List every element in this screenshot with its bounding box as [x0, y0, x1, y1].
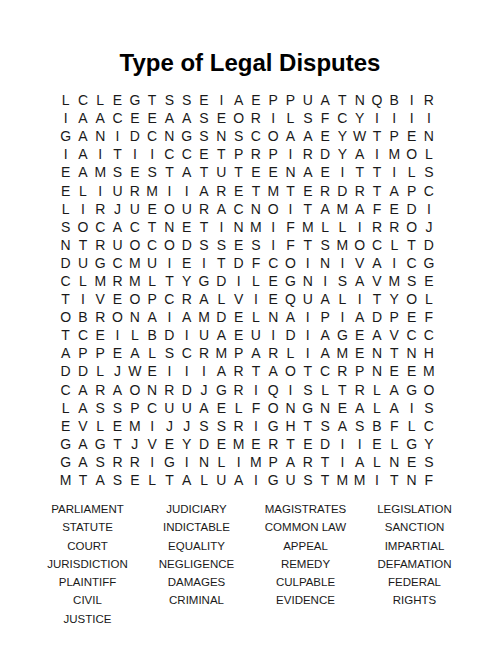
- grid-cell: L: [74, 272, 91, 290]
- grid-cell: A: [143, 308, 160, 326]
- grid-cell: T: [368, 127, 385, 145]
- grid-cell: L: [247, 308, 264, 326]
- grid-cell: D: [126, 127, 143, 145]
- grid-cell: A: [351, 453, 368, 471]
- grid-cell: E: [195, 91, 212, 109]
- grid-cell: T: [247, 181, 264, 199]
- grid-cell: I: [161, 308, 178, 326]
- grid-cell: U: [161, 399, 178, 417]
- grid-cell: U: [178, 200, 195, 218]
- grid-cell: O: [403, 145, 420, 163]
- grid-cell: N: [351, 91, 368, 109]
- word-item: IMPARTIAL: [360, 537, 469, 555]
- grid-cell: Q: [265, 381, 282, 399]
- grid-cell: U: [213, 163, 230, 181]
- grid-cell: A: [316, 200, 333, 218]
- grid-cell: I: [299, 326, 316, 344]
- grid-cell: T: [57, 326, 74, 344]
- grid-cell: A: [195, 399, 212, 417]
- grid-cell: L: [92, 91, 109, 109]
- grid-cell: E: [403, 308, 420, 326]
- grid-cell: G: [403, 381, 420, 399]
- grid-cell: O: [351, 236, 368, 254]
- grid-cell: A: [282, 127, 299, 145]
- grid-cell: D: [420, 236, 437, 254]
- grid-cell: E: [316, 127, 333, 145]
- grid-cell: I: [195, 254, 212, 272]
- grid-cell: A: [126, 344, 143, 362]
- grid-cell: U: [109, 181, 126, 199]
- grid-cell: G: [57, 127, 74, 145]
- grid-cell: L: [230, 399, 247, 417]
- word-item: PLAINTIFF: [33, 573, 142, 591]
- grid-cell: Y: [178, 272, 195, 290]
- grid-cell: E: [420, 272, 437, 290]
- grid-cell: A: [74, 453, 91, 471]
- grid-cell: U: [178, 399, 195, 417]
- grid-cell: C: [109, 109, 126, 127]
- grid-cell: E: [57, 417, 74, 435]
- grid-cell: Y: [420, 435, 437, 453]
- grid-cell: A: [282, 453, 299, 471]
- grid-cell: R: [178, 290, 195, 308]
- grid-cell: S: [213, 236, 230, 254]
- grid-cell: Y: [386, 290, 403, 308]
- grid-cell: Y: [351, 109, 368, 127]
- grid-cell: C: [161, 145, 178, 163]
- grid-cell: Y: [334, 127, 351, 145]
- grid-cell: R: [351, 381, 368, 399]
- grid-cell: G: [299, 399, 316, 417]
- grid-cell: T: [109, 435, 126, 453]
- grid-cell: M: [299, 218, 316, 236]
- grid-cell: E: [386, 362, 403, 380]
- grid-cell: L: [368, 399, 385, 417]
- grid-cell: I: [92, 145, 109, 163]
- grid-cell: C: [265, 254, 282, 272]
- word-item: REMEDY: [251, 555, 360, 573]
- grid-cell: B: [368, 417, 385, 435]
- grid-cell: I: [299, 344, 316, 362]
- grid-cell: E: [247, 91, 264, 109]
- grid-cell: V: [386, 326, 403, 344]
- grid-cell: P: [386, 127, 403, 145]
- grid-cell: E: [213, 435, 230, 453]
- grid-cell: R: [213, 181, 230, 199]
- grid-cell: I: [143, 417, 160, 435]
- grid-cell: N: [230, 218, 247, 236]
- grid-cell: A: [109, 381, 126, 399]
- grid-cell: M: [195, 308, 212, 326]
- grid-cell: L: [92, 362, 109, 380]
- grid-cell: R: [109, 453, 126, 471]
- puzzle-grid: LCLEGTSSEIAEPPUATNQBIRIAACEEAASEORILSFCY…: [57, 91, 438, 489]
- grid-cell: L: [403, 163, 420, 181]
- grid-cell: C: [334, 109, 351, 127]
- grid-cell: I: [109, 326, 126, 344]
- grid-cell: M: [351, 471, 368, 489]
- grid-cell: S: [109, 163, 126, 181]
- grid-cell: N: [282, 399, 299, 417]
- grid-cell: E: [247, 435, 264, 453]
- grid-cell: L: [334, 218, 351, 236]
- grid-cell: M: [92, 272, 109, 290]
- grid-cell: O: [265, 127, 282, 145]
- grid-cell: E: [334, 399, 351, 417]
- grid-cell: T: [195, 218, 212, 236]
- grid-cell: N: [161, 218, 178, 236]
- grid-cell: S: [161, 344, 178, 362]
- grid-cell: C: [403, 326, 420, 344]
- grid-cell: R: [109, 272, 126, 290]
- word-item: CIVIL: [33, 591, 142, 609]
- word-item: DEFAMATION: [360, 555, 469, 573]
- grid-cell: N: [57, 236, 74, 254]
- grid-cell: T: [334, 91, 351, 109]
- grid-cell: L: [247, 272, 264, 290]
- grid-cell: P: [403, 181, 420, 199]
- word-item: NEGLIGENCE: [142, 555, 251, 573]
- grid-cell: I: [403, 91, 420, 109]
- grid-cell: S: [247, 236, 264, 254]
- grid-cell: M: [230, 435, 247, 453]
- grid-cell: D: [230, 254, 247, 272]
- grid-cell: C: [161, 290, 178, 308]
- grid-cell: C: [368, 236, 385, 254]
- grid-cell: I: [126, 145, 143, 163]
- grid-cell: I: [386, 109, 403, 127]
- grid-cell: O: [420, 381, 437, 399]
- word-item: COURT: [33, 537, 142, 555]
- grid-cell: M: [334, 471, 351, 489]
- word-item: JUSTICE: [33, 610, 142, 628]
- grid-cell: R: [265, 344, 282, 362]
- grid-cell: T: [74, 236, 91, 254]
- grid-cell: R: [230, 417, 247, 435]
- grid-cell: S: [109, 471, 126, 489]
- grid-cell: N: [161, 127, 178, 145]
- grid-cell: G: [92, 435, 109, 453]
- grid-cell: A: [334, 417, 351, 435]
- grid-cell: M: [386, 272, 403, 290]
- grid-cell: S: [92, 399, 109, 417]
- grid-cell: Q: [282, 290, 299, 308]
- grid-cell: F: [282, 236, 299, 254]
- grid-cell: P: [316, 308, 333, 326]
- grid-cell: A: [299, 127, 316, 145]
- grid-cell: P: [282, 91, 299, 109]
- word-item: CULPABLE: [251, 573, 360, 591]
- word-item: DAMAGES: [142, 573, 251, 591]
- grid-cell: N: [403, 471, 420, 489]
- grid-cell: Q: [368, 91, 385, 109]
- grid-cell: T: [195, 163, 212, 181]
- grid-cell: E: [143, 200, 160, 218]
- grid-cell: I: [386, 163, 403, 181]
- word-item: APPEAL: [251, 537, 360, 555]
- grid-cell: A: [74, 381, 91, 399]
- grid-cell: E: [386, 200, 403, 218]
- grid-cell: O: [126, 290, 143, 308]
- grid-cell: E: [230, 181, 247, 199]
- grid-cell: E: [126, 471, 143, 489]
- grid-cell: O: [126, 381, 143, 399]
- grid-cell: S: [92, 453, 109, 471]
- grid-cell: D: [195, 435, 212, 453]
- grid-cell: P: [74, 344, 91, 362]
- word-item: RIGHTS: [360, 591, 469, 609]
- grid-cell: I: [161, 254, 178, 272]
- grid-cell: L: [74, 181, 91, 199]
- grid-cell: I: [334, 254, 351, 272]
- grid-cell: O: [403, 218, 420, 236]
- grid-cell: C: [230, 200, 247, 218]
- grid-cell: A: [368, 254, 385, 272]
- grid-cell: S: [230, 127, 247, 145]
- grid-cell: C: [74, 91, 91, 109]
- grid-cell: I: [420, 200, 437, 218]
- grid-cell: J: [109, 362, 126, 380]
- grid-cell: M: [143, 181, 160, 199]
- grid-cell: U: [299, 91, 316, 109]
- grid-cell: I: [247, 417, 264, 435]
- grid-cell: C: [57, 272, 74, 290]
- grid-cell: I: [368, 471, 385, 489]
- grid-cell: E: [403, 453, 420, 471]
- grid-cell: R: [334, 362, 351, 380]
- grid-cell: A: [265, 362, 282, 380]
- grid-cell: C: [57, 381, 74, 399]
- grid-cell: A: [74, 435, 91, 453]
- grid-cell: A: [316, 344, 333, 362]
- grid-cell: O: [161, 200, 178, 218]
- grid-cell: A: [316, 326, 333, 344]
- grid-cell: C: [143, 399, 160, 417]
- grid-cell: I: [230, 272, 247, 290]
- grid-cell: S: [109, 399, 126, 417]
- grid-cell: T: [247, 362, 264, 380]
- grid-cell: G: [57, 453, 74, 471]
- word-item: JUDICIARY: [142, 500, 251, 518]
- grid-cell: P: [265, 145, 282, 163]
- grid-cell: A: [178, 308, 195, 326]
- grid-cell: A: [230, 91, 247, 109]
- grid-cell: T: [161, 163, 178, 181]
- grid-cell: E: [143, 362, 160, 380]
- grid-cell: F: [420, 471, 437, 489]
- grid-cell: Y: [178, 435, 195, 453]
- grid-cell: A: [247, 344, 264, 362]
- grid-cell: A: [351, 308, 368, 326]
- grid-cell: L: [92, 417, 109, 435]
- grid-cell: L: [316, 381, 333, 399]
- grid-cell: F: [247, 254, 264, 272]
- grid-cell: R: [420, 91, 437, 109]
- grid-cell: B: [74, 308, 91, 326]
- grid-cell: E: [230, 308, 247, 326]
- grid-cell: S: [195, 127, 212, 145]
- grid-cell: E: [299, 181, 316, 199]
- grid-cell: T: [386, 344, 403, 362]
- grid-cell: G: [57, 435, 74, 453]
- grid-cell: D: [178, 236, 195, 254]
- grid-cell: L: [282, 109, 299, 127]
- grid-cell: U: [247, 326, 264, 344]
- grid-cell: G: [265, 417, 282, 435]
- grid-cell: S: [178, 91, 195, 109]
- grid-cell: I: [57, 109, 74, 127]
- grid-cell: J: [161, 417, 178, 435]
- grid-cell: T: [299, 200, 316, 218]
- grid-cell: A: [178, 471, 195, 489]
- grid-cell: I: [386, 254, 403, 272]
- grid-cell: D: [316, 145, 333, 163]
- grid-cell: I: [92, 181, 109, 199]
- grid-cell: N: [316, 399, 333, 417]
- grid-cell: E: [109, 91, 126, 109]
- grid-cell: M: [92, 163, 109, 181]
- grid-cell: O: [109, 308, 126, 326]
- grid-cell: E: [265, 163, 282, 181]
- grid-cell: T: [351, 163, 368, 181]
- grid-cell: R: [195, 344, 212, 362]
- grid-cell: I: [334, 308, 351, 326]
- grid-cell: E: [351, 326, 368, 344]
- grid-cell: S: [420, 453, 437, 471]
- grid-cell: E: [265, 290, 282, 308]
- grid-cell: G: [178, 127, 195, 145]
- grid-cell: R: [126, 181, 143, 199]
- grid-cell: I: [265, 109, 282, 127]
- grid-cell: R: [230, 362, 247, 380]
- grid-cell: I: [247, 381, 264, 399]
- grid-cell: P: [386, 308, 403, 326]
- grid-cell: A: [316, 290, 333, 308]
- grid-cell: I: [403, 399, 420, 417]
- grid-cell: A: [368, 326, 385, 344]
- grid-cell: T: [299, 236, 316, 254]
- grid-cell: E: [351, 344, 368, 362]
- grid-cell: E: [299, 435, 316, 453]
- grid-cell: O: [265, 200, 282, 218]
- grid-cell: I: [351, 435, 368, 453]
- grid-cell: E: [126, 109, 143, 127]
- grid-cell: A: [351, 145, 368, 163]
- grid-cell: C: [74, 326, 91, 344]
- grid-cell: M: [57, 471, 74, 489]
- grid-cell: I: [57, 145, 74, 163]
- grid-cell: L: [282, 344, 299, 362]
- grid-cell: A: [92, 109, 109, 127]
- grid-cell: M: [334, 236, 351, 254]
- grid-cell: U: [282, 471, 299, 489]
- grid-cell: G: [265, 471, 282, 489]
- grid-cell: G: [420, 254, 437, 272]
- word-list-column-4: LEGISLATIONSANCTIONIMPARTIALDEFAMATIONFE…: [360, 500, 469, 610]
- word-item: EQUALITY: [142, 537, 251, 555]
- grid-cell: L: [386, 236, 403, 254]
- grid-cell: C: [247, 127, 264, 145]
- grid-cell: R: [92, 200, 109, 218]
- grid-cell: P: [126, 399, 143, 417]
- grid-cell: C: [420, 181, 437, 199]
- grid-cell: D: [161, 326, 178, 344]
- grid-cell: R: [92, 381, 109, 399]
- word-list-column-2: JUDICIARYINDICTABLEEQUALITYNEGLIGENCEDAM…: [142, 500, 251, 610]
- grid-cell: A: [213, 326, 230, 344]
- grid-cell: G: [126, 91, 143, 109]
- grid-cell: M: [265, 181, 282, 199]
- grid-cell: A: [92, 471, 109, 489]
- grid-cell: M: [334, 344, 351, 362]
- grid-cell: D: [57, 254, 74, 272]
- grid-cell: D: [334, 181, 351, 199]
- grid-cell: D: [213, 272, 230, 290]
- grid-cell: R: [299, 145, 316, 163]
- grid-cell: V: [368, 272, 385, 290]
- word-list-column-3: MAGISTRATESCOMMON LAWAPPEALREMEDYCULPABL…: [251, 500, 360, 610]
- grid-cell: M: [213, 344, 230, 362]
- grid-cell: L: [334, 290, 351, 308]
- grid-cell: A: [351, 200, 368, 218]
- puzzle-title: Type of Legal Disputes: [0, 49, 500, 77]
- grid-cell: C: [420, 417, 437, 435]
- grid-cell: O: [230, 109, 247, 127]
- grid-cell: I: [334, 453, 351, 471]
- grid-cell: N: [213, 127, 230, 145]
- grid-cell: S: [195, 109, 212, 127]
- grid-cell: E: [109, 344, 126, 362]
- grid-cell: M: [420, 362, 437, 380]
- grid-cell: A: [74, 163, 91, 181]
- grid-cell: O: [126, 236, 143, 254]
- grid-cell: Y: [334, 145, 351, 163]
- grid-cell: N: [403, 344, 420, 362]
- grid-cell: T: [282, 435, 299, 453]
- grid-cell: U: [195, 326, 212, 344]
- grid-cell: O: [265, 399, 282, 417]
- grid-cell: I: [109, 127, 126, 145]
- grid-cell: I: [368, 109, 385, 127]
- grid-cell: A: [282, 308, 299, 326]
- grid-cell: T: [282, 181, 299, 199]
- grid-cell: L: [126, 326, 143, 344]
- grid-cell: I: [143, 453, 160, 471]
- grid-cell: S: [316, 236, 333, 254]
- grid-cell: E: [265, 272, 282, 290]
- grid-cell: I: [178, 453, 195, 471]
- grid-cell: O: [74, 218, 91, 236]
- grid-cell: I: [420, 109, 437, 127]
- grid-cell: L: [368, 381, 385, 399]
- grid-cell: G: [403, 435, 420, 453]
- grid-cell: E: [57, 163, 74, 181]
- grid-cell: A: [178, 109, 195, 127]
- word-list-column-1: PARLIAMENTSTATUTECOURTJURISDICTIONPLAINT…: [33, 500, 142, 628]
- grid-cell: E: [230, 326, 247, 344]
- grid-cell: C: [178, 344, 195, 362]
- grid-cell: L: [316, 218, 333, 236]
- grid-cell: J: [195, 381, 212, 399]
- grid-cell: A: [195, 181, 212, 199]
- grid-cell: L: [403, 417, 420, 435]
- word-item: STATUTE: [33, 518, 142, 536]
- grid-cell: G: [213, 381, 230, 399]
- grid-cell: T: [74, 471, 91, 489]
- word-item: EVIDENCE: [251, 591, 360, 609]
- grid-cell: I: [143, 145, 160, 163]
- grid-cell: I: [247, 471, 264, 489]
